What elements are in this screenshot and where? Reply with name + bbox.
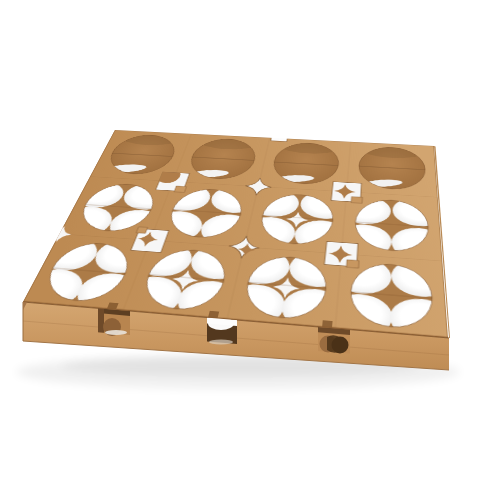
wall-slot-2	[207, 317, 237, 345]
wall-slot-1	[98, 308, 130, 336]
square-cutout-4	[324, 241, 360, 268]
product-photo	[0, 0, 500, 500]
square-cutout-2	[331, 182, 363, 204]
wall-slot-3	[318, 327, 350, 354]
